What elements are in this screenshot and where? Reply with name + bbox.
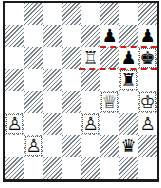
square-g8[interactable] [119,3,138,25]
square-g1[interactable] [119,157,138,179]
square-f6[interactable] [100,47,119,69]
square-e7[interactable] [81,25,100,47]
red-dashed-marker-rank6-rank5-boundary-efgh [79,68,157,70]
square-c2[interactable] [43,135,62,157]
square-f3[interactable] [100,113,119,135]
piece-white-king-h4[interactable]: ♔ [139,93,155,111]
square-h6[interactable]: ♚ [138,47,157,69]
piece-black-pawn-h7[interactable]: ♟ [139,27,155,45]
square-e3[interactable]: ♙ [81,113,100,135]
square-g3[interactable] [119,113,138,135]
square-a4[interactable] [5,91,24,113]
square-c5[interactable] [43,69,62,91]
square-a2[interactable] [5,135,24,157]
square-b5[interactable] [24,69,43,91]
piece-white-queen-f4[interactable]: ♕ [101,93,117,111]
square-h2[interactable] [138,135,157,157]
square-g2[interactable]: ♛ [119,135,138,157]
square-b2[interactable]: ♙ [24,135,43,157]
square-h4[interactable]: ♔ [138,91,157,113]
dark-square-cutout-f4: ♕ [101,92,118,112]
square-b1[interactable] [24,157,43,179]
square-d1[interactable] [62,157,81,179]
square-h5[interactable] [138,69,157,91]
square-g6[interactable]: ♟ [119,47,138,69]
square-c1[interactable] [43,157,62,179]
dark-square-cutout-h4: ♔ [139,92,156,112]
square-d5[interactable] [62,69,81,91]
red-dashed-marker-rank7-rank6-boundary-fgh [100,46,157,48]
square-b6[interactable] [24,47,43,69]
square-a6[interactable] [5,47,24,69]
square-a7[interactable] [5,25,24,47]
square-a1[interactable] [5,157,24,179]
dark-square-cutout-b2: ♙ [25,136,42,156]
square-a3[interactable]: ♙ [5,113,24,135]
piece-black-pawn-g6[interactable]: ♟ [120,49,136,67]
piece-black-pawn-f7[interactable]: ♟ [101,27,117,45]
square-g5[interactable]: ♜ [119,69,138,91]
square-e8[interactable] [81,3,100,25]
piece-white-pawn-b2[interactable]: ♙ [25,137,41,155]
chess-diagram: ♟♟♖♟♚♜♕♔♙♙♙♙♛ [0,0,161,188]
square-e6[interactable]: ♖ [81,47,100,69]
square-b4[interactable] [24,91,43,113]
square-f7[interactable]: ♟ [100,25,119,47]
piece-black-queen-g2[interactable]: ♛ [120,137,136,155]
dark-square-cutout-h6: ♚ [139,48,156,68]
square-f1[interactable] [100,157,119,179]
square-h3[interactable]: ♙ [138,113,157,135]
square-d2[interactable] [62,135,81,157]
square-b7[interactable] [24,25,43,47]
square-e1[interactable] [81,157,100,179]
square-c7[interactable] [43,25,62,47]
square-f5[interactable] [100,69,119,91]
square-g4[interactable] [119,91,138,113]
dark-square-cutout-g5: ♜ [120,70,137,90]
piece-black-king-h6[interactable]: ♚ [139,49,155,67]
square-f2[interactable] [100,135,119,157]
square-f8[interactable] [100,3,119,25]
board-frame: ♟♟♖♟♚♜♕♔♙♙♙♙♛ [3,1,159,182]
square-c4[interactable] [43,91,62,113]
square-f4[interactable]: ♕ [100,91,119,113]
square-b3[interactable] [24,113,43,135]
square-e4[interactable] [81,91,100,113]
square-d8[interactable] [62,3,81,25]
square-a5[interactable] [5,69,24,91]
square-d7[interactable] [62,25,81,47]
square-c3[interactable] [43,113,62,135]
square-a8[interactable] [5,3,24,25]
square-e2[interactable] [81,135,100,157]
square-g7[interactable] [119,25,138,47]
piece-white-pawn-e3[interactable]: ♙ [82,115,98,133]
square-h1[interactable] [138,157,157,179]
piece-white-pawn-a3[interactable]: ♙ [6,115,22,133]
square-c6[interactable] [43,47,62,69]
square-e5[interactable] [81,69,100,91]
piece-black-rook-g5[interactable]: ♜ [120,71,136,89]
square-d4[interactable] [62,91,81,113]
square-c8[interactable] [43,3,62,25]
dark-square-cutout-e3: ♙ [82,114,99,134]
piece-white-rook-e6[interactable]: ♖ [82,49,98,67]
square-d6[interactable] [62,47,81,69]
square-h8[interactable] [138,3,157,25]
square-b8[interactable] [24,3,43,25]
dark-square-cutout-a3: ♙ [6,114,23,134]
piece-white-pawn-h3[interactable]: ♙ [139,115,155,133]
board: ♟♟♖♟♚♜♕♔♙♙♙♙♛ [5,3,157,179]
square-d3[interactable] [62,113,81,135]
square-h7[interactable]: ♟ [138,25,157,47]
